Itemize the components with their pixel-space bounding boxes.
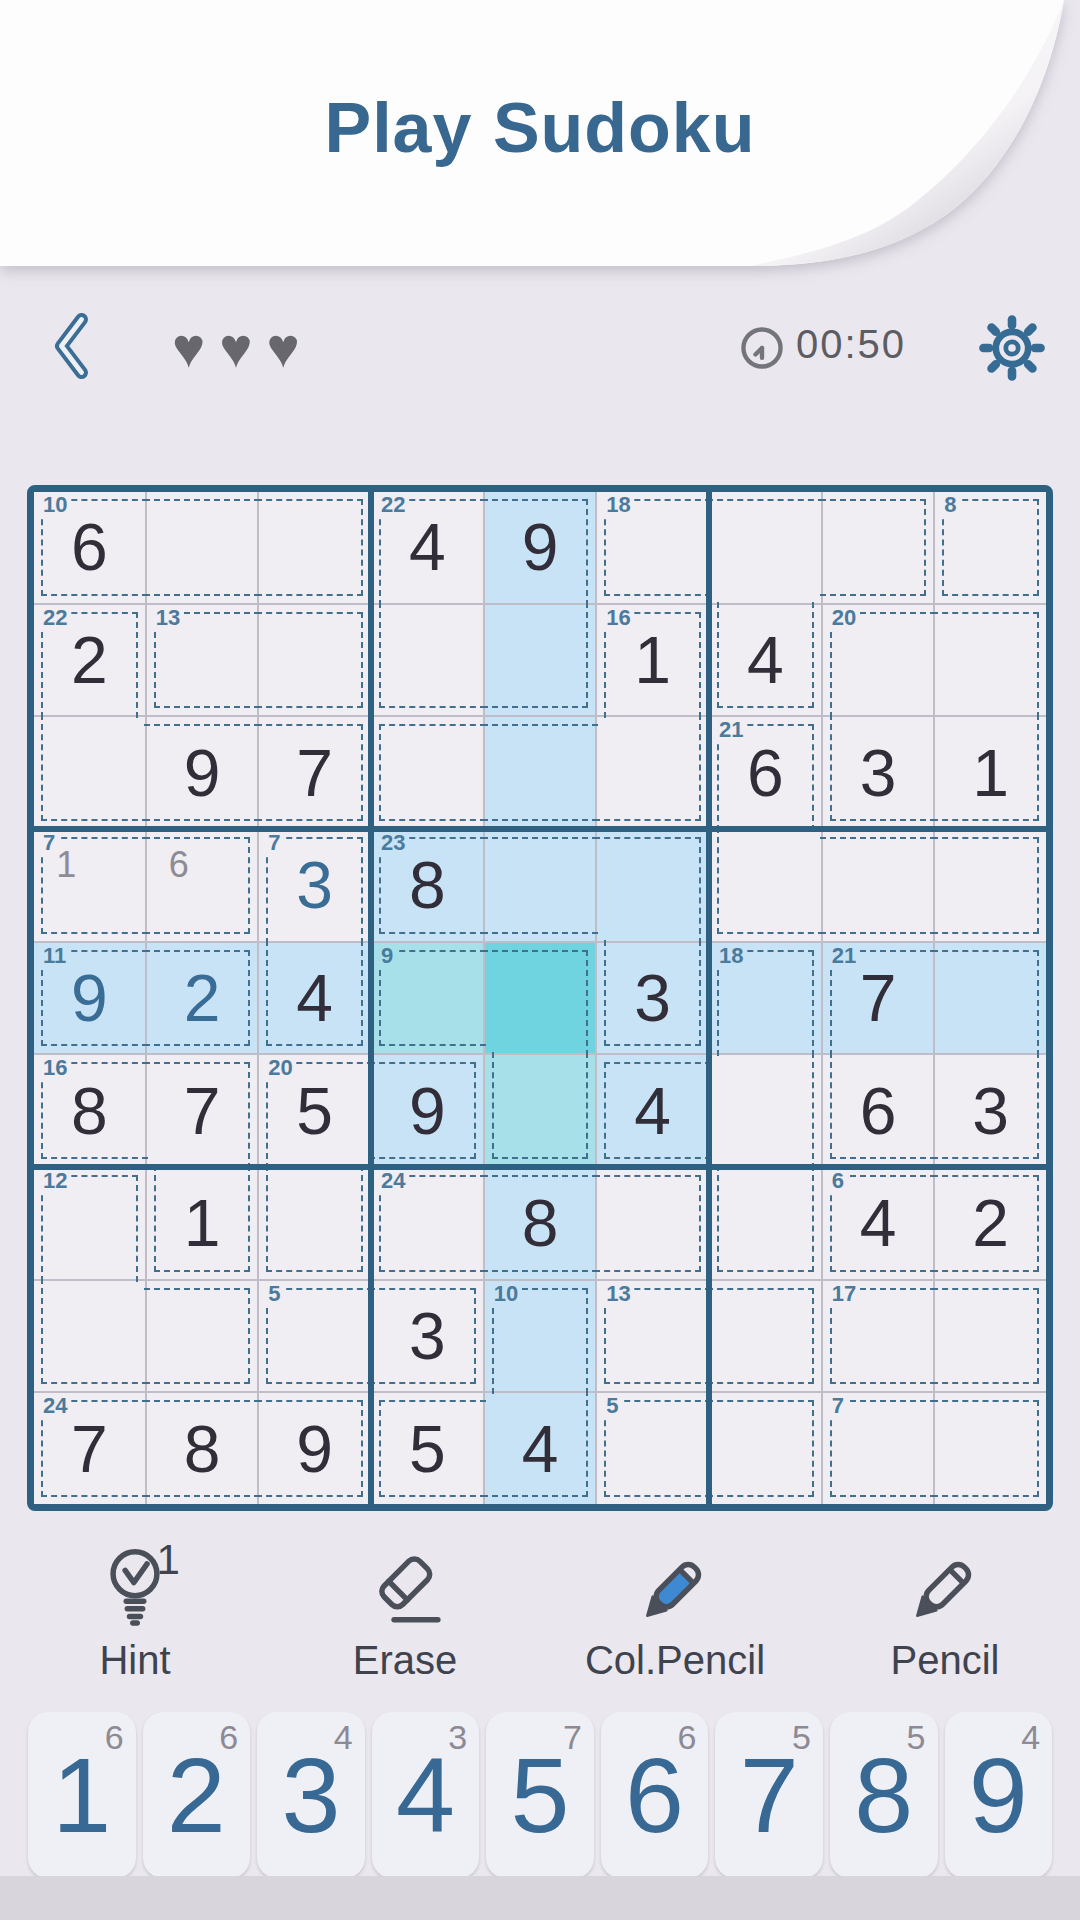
app-screen: Play Sudoku ♥♥♥ 00:50 [0, 0, 1080, 1920]
cell-r4c1[interactable]: 71 [34, 830, 145, 941]
cell-r3c2[interactable]: 9 [147, 717, 258, 828]
numpad-key-4[interactable]: 43 [372, 1712, 480, 1878]
given-digit: 9 [259, 1393, 370, 1504]
numpad-key-6[interactable]: 66 [601, 1712, 709, 1878]
back-chevron-icon [48, 312, 96, 380]
eraser-icon [359, 1542, 451, 1634]
key-remaining-count: 6 [677, 1718, 696, 1757]
cage-outline [932, 612, 1039, 719]
cell-r6c6[interactable]: 4 [597, 1055, 708, 1166]
cell-r2c4[interactable] [372, 605, 483, 716]
cage-sum-label: 13 [603, 1281, 633, 1307]
cell-r6c9[interactable]: 3 [935, 1055, 1046, 1166]
cell-r7c8[interactable]: 64 [823, 1168, 934, 1279]
pencil-icon [899, 1542, 991, 1634]
cell-r4c6[interactable] [597, 830, 708, 941]
cage-outline [266, 1165, 363, 1272]
given-digit: 7 [259, 717, 370, 828]
given-digit: 8 [147, 1393, 258, 1504]
cell-r4c4[interactable]: 238 [372, 830, 483, 941]
cage-sum-label: 18 [603, 492, 633, 518]
box-separator-v2 [706, 492, 712, 1504]
given-digit: 4 [710, 605, 821, 716]
key-digit: 2 [167, 1735, 226, 1856]
cell-r1c3[interactable] [259, 492, 370, 603]
user-digit: 2 [147, 943, 258, 1054]
cage-outline [379, 724, 486, 821]
cage-sum-label: 20 [265, 1055, 295, 1081]
cage-outline [482, 724, 599, 821]
key-remaining-count: 4 [1021, 1718, 1040, 1757]
key-digit: 1 [52, 1735, 111, 1856]
numpad-key-7[interactable]: 75 [715, 1712, 823, 1878]
cage-sum-label: 7 [265, 830, 283, 856]
pencil-note: 1 [56, 844, 76, 886]
heart-icon: ♥ [172, 316, 219, 379]
cage-outline [41, 1278, 148, 1385]
key-remaining-count: 5 [907, 1718, 926, 1757]
cage-sum-label: 10 [491, 1281, 521, 1307]
back-button[interactable] [48, 312, 96, 384]
cell-r2c2[interactable]: 13 [147, 605, 258, 716]
key-digit: 6 [625, 1735, 684, 1856]
cell-r6c8[interactable]: 6 [823, 1055, 934, 1166]
cell-r9c9[interactable] [935, 1393, 1046, 1504]
cage-outline [932, 1288, 1039, 1385]
cell-r5c3[interactable]: 4 [259, 943, 370, 1054]
cell-r4c8[interactable] [823, 830, 934, 941]
header-bar: ♥♥♥ 00:50 [0, 308, 1080, 388]
cell-r7c4[interactable]: 24 [372, 1168, 483, 1279]
key-remaining-count: 4 [334, 1718, 353, 1757]
cell-r5c7[interactable]: 18 [710, 943, 821, 1054]
key-remaining-count: 3 [448, 1718, 467, 1757]
cage-sum-label: 12 [40, 1168, 70, 1194]
cell-r3c8[interactable]: 3 [823, 717, 934, 828]
cage-sum-label: 18 [716, 943, 746, 969]
cage-sum-label: 21 [829, 943, 859, 969]
cell-r5c6[interactable]: 3 [597, 943, 708, 1054]
cage-sum-label: 21 [716, 717, 746, 743]
cell-r7c2[interactable]: 1 [147, 1168, 258, 1279]
number-pad: 162634435766758594 [28, 1712, 1052, 1878]
cell-r2c8[interactable]: 20 [823, 605, 934, 716]
cell-r1c5[interactable]: 9 [485, 492, 596, 603]
cage-outline [144, 1288, 251, 1385]
numpad-key-8[interactable]: 85 [830, 1712, 938, 1878]
cell-r3c6[interactable] [597, 717, 708, 828]
cell-r2c5[interactable] [485, 605, 596, 716]
given-digit: 1 [147, 1168, 258, 1279]
key-digit: 3 [281, 1735, 340, 1856]
cell-r4c7[interactable] [710, 830, 821, 941]
cell-r2c6[interactable]: 161 [597, 605, 708, 716]
cell-r3c9[interactable]: 1 [935, 717, 1046, 828]
cell-r2c7[interactable]: 4 [710, 605, 821, 716]
cell-r5c5[interactable] [485, 943, 596, 1054]
cell-r7c7[interactable] [710, 1168, 821, 1279]
cage-outline [717, 827, 824, 934]
cell-r4c9[interactable] [935, 830, 1046, 941]
cage-sum-label: 23 [378, 830, 408, 856]
hint-button[interactable]: 1 Hint [0, 1542, 270, 1683]
cage-sum-label: 16 [603, 605, 633, 631]
cell-r6c7[interactable] [710, 1055, 821, 1166]
cage-outline [820, 499, 927, 596]
numpad-key-9[interactable]: 94 [945, 1712, 1053, 1878]
cell-r9c1[interactable]: 247 [34, 1393, 145, 1504]
cell-r8c2[interactable] [147, 1281, 258, 1392]
key-digit: 9 [969, 1735, 1028, 1856]
cell-r8c7[interactable] [710, 1281, 821, 1392]
cage-sum-label: 10 [40, 492, 70, 518]
cage-outline [492, 1052, 589, 1159]
cage-outline [256, 612, 363, 709]
given-digit: 9 [485, 492, 596, 603]
cage-sum-label: 13 [153, 605, 183, 631]
heart-icon: ♥ [219, 316, 266, 379]
cell-r3c1[interactable] [34, 717, 145, 828]
pencil-button[interactable]: Pencil [810, 1542, 1080, 1683]
key-remaining-count: 5 [792, 1718, 811, 1757]
settings-button[interactable] [972, 308, 1052, 392]
cell-r6c5[interactable] [485, 1055, 596, 1166]
given-digit: 4 [259, 943, 370, 1054]
cage-sum-label: 16 [40, 1055, 70, 1081]
key-digit: 4 [396, 1735, 455, 1856]
page-title: Play Sudoku [0, 88, 1080, 168]
cage-outline [932, 950, 1039, 1057]
numpad-key-5[interactable]: 57 [486, 1712, 594, 1878]
given-digit: 6 [823, 1055, 934, 1166]
box-separator-h1 [34, 826, 1046, 832]
cage-outline [594, 837, 701, 944]
cage-outline [144, 837, 251, 934]
cell-r7c1[interactable]: 12 [34, 1168, 145, 1279]
box-separator-v1 [368, 492, 374, 1504]
cell-r6c3[interactable]: 205 [259, 1055, 370, 1166]
given-digit: 3 [935, 1055, 1046, 1166]
cell-r5c2[interactable]: 2 [147, 943, 258, 1054]
cage-sum-label: 24 [40, 1393, 70, 1419]
cage-outline [932, 1400, 1039, 1497]
cell-r3c3[interactable]: 7 [259, 717, 370, 828]
cage-outline [707, 1400, 814, 1497]
cell-r2c1[interactable]: 222 [34, 605, 145, 716]
cell-r5c1[interactable]: 119 [34, 943, 145, 1054]
cell-r8c1[interactable] [34, 1281, 145, 1392]
cage-sum-label: 9 [378, 943, 396, 969]
cell-r1c1[interactable]: 106 [34, 492, 145, 603]
cage-outline [717, 1165, 814, 1272]
cage-outline [144, 499, 261, 596]
cell-r4c3[interactable]: 73 [259, 830, 370, 941]
given-digit: 3 [597, 943, 708, 1054]
gear-icon [972, 308, 1052, 388]
cage-outline [594, 714, 701, 821]
box-separator-h2 [34, 1164, 1046, 1170]
cage-outline [482, 602, 589, 709]
colored-pencil-label: Col.Pencil [540, 1638, 810, 1683]
cage-sum-label: 22 [378, 492, 408, 518]
cell-r4c2[interactable]: 6 [147, 830, 258, 941]
cell-r1c9[interactable]: 8 [935, 492, 1046, 603]
colored-pencil-icon [629, 1542, 721, 1634]
cell-r1c6[interactable]: 18 [597, 492, 708, 603]
board-grid: 1062249188222131614209721631716732381192… [34, 492, 1046, 1504]
pencil-note: 6 [169, 844, 189, 886]
erase-button[interactable]: Erase [270, 1542, 540, 1683]
cell-r9c5[interactable]: 4 [485, 1393, 596, 1504]
given-digit: 8 [485, 1168, 596, 1279]
cell-r5c4[interactable]: 9 [372, 943, 483, 1054]
given-digit: 9 [372, 1055, 483, 1166]
given-digit: 4 [485, 1393, 596, 1504]
cell-r3c5[interactable] [485, 717, 596, 828]
cell-r6c1[interactable]: 168 [34, 1055, 145, 1166]
cage-sum-label: 17 [829, 1281, 859, 1307]
cell-r8c8[interactable]: 17 [823, 1281, 934, 1392]
tool-row: 1 Hint Erase [0, 1542, 1080, 1683]
cell-r1c2[interactable] [147, 492, 258, 603]
colored-pencil-button[interactable]: Col.Pencil [540, 1542, 810, 1683]
given-digit: 3 [823, 717, 934, 828]
cell-r9c8[interactable]: 7 [823, 1393, 934, 1504]
cell-r7c9[interactable]: 2 [935, 1168, 1046, 1279]
cage-outline [482, 950, 589, 1057]
cell-r4c5[interactable] [485, 830, 596, 941]
cell-r3c4[interactable] [372, 717, 483, 828]
cell-r2c3[interactable] [259, 605, 370, 716]
cell-r9c6[interactable]: 5 [597, 1393, 708, 1504]
cage-outline [256, 499, 363, 596]
given-digit: 9 [147, 717, 258, 828]
lives-hearts: ♥♥♥ [172, 318, 314, 378]
heart-icon: ♥ [267, 316, 314, 379]
numpad-key-2[interactable]: 26 [143, 1712, 251, 1878]
hint-count-badge: 1 [157, 1536, 180, 1584]
cage-sum-label: 5 [265, 1281, 283, 1307]
cell-r8c9[interactable] [935, 1281, 1046, 1392]
cell-r1c7[interactable] [710, 492, 821, 603]
cell-r8c5[interactable]: 10 [485, 1281, 596, 1392]
cell-r1c4[interactable]: 224 [372, 492, 483, 603]
cage-sum-label: 7 [40, 830, 58, 856]
bottom-bar [0, 1876, 1080, 1920]
cage-sum-label: 5 [603, 1393, 621, 1419]
cage-sum-label: 7 [829, 1393, 847, 1419]
cage-sum-label: 8 [941, 492, 959, 518]
key-digit: 8 [854, 1735, 913, 1856]
pencil-label: Pencil [810, 1638, 1080, 1683]
key-remaining-count: 6 [219, 1718, 238, 1757]
erase-label: Erase [270, 1638, 540, 1683]
timer-text: 00:50 [796, 322, 906, 367]
cage-outline [482, 837, 599, 934]
hint-label: Hint [0, 1638, 270, 1683]
cell-r7c6[interactable] [597, 1168, 708, 1279]
cell-r3c7[interactable]: 216 [710, 717, 821, 828]
given-digit: 4 [597, 1055, 708, 1166]
numpad-key-3[interactable]: 34 [257, 1712, 365, 1878]
numpad-key-1[interactable]: 16 [28, 1712, 136, 1878]
cell-r1c8[interactable] [823, 492, 934, 603]
cage-outline [594, 1175, 701, 1272]
cage-outline [820, 837, 937, 934]
cage-sum-label: 6 [829, 1168, 847, 1194]
clock-icon [738, 324, 786, 376]
cage-sum-label: 22 [40, 605, 70, 631]
sudoku-board: 1062249188222131614209721631716732381192… [27, 485, 1053, 1511]
key-remaining-count: 7 [563, 1718, 582, 1757]
given-digit: 1 [935, 717, 1046, 828]
cage-sum-label: 20 [829, 605, 859, 631]
cage-sum-label: 11 [40, 943, 69, 969]
cage-outline [707, 1052, 814, 1169]
cell-r9c7[interactable] [710, 1393, 821, 1504]
cell-r5c8[interactable]: 217 [823, 943, 934, 1054]
key-remaining-count: 6 [105, 1718, 124, 1757]
key-digit: 5 [511, 1735, 570, 1856]
cage-outline [707, 499, 824, 606]
cell-r8c6[interactable]: 13 [597, 1281, 708, 1392]
cell-r9c3[interactable]: 9 [259, 1393, 370, 1504]
cage-outline [379, 602, 486, 709]
given-digit: 5 [372, 1393, 483, 1504]
cell-r7c3[interactable] [259, 1168, 370, 1279]
cell-r6c4[interactable]: 9 [372, 1055, 483, 1166]
cell-r8c3[interactable]: 5 [259, 1281, 370, 1392]
cell-r9c4[interactable]: 5 [372, 1393, 483, 1504]
cell-r8c4[interactable]: 3 [372, 1281, 483, 1392]
cage-outline [41, 714, 148, 821]
given-digit: 3 [372, 1281, 483, 1392]
cell-r9c2[interactable]: 8 [147, 1393, 258, 1504]
cell-r2c9[interactable] [935, 605, 1046, 716]
cage-sum-label: 24 [378, 1168, 408, 1194]
cell-r7c5[interactable]: 8 [485, 1168, 596, 1279]
cell-r5c9[interactable] [935, 943, 1046, 1054]
key-digit: 7 [740, 1735, 799, 1856]
given-digit: 2 [935, 1168, 1046, 1279]
given-digit: 7 [147, 1055, 258, 1166]
cage-outline [707, 1288, 814, 1385]
cage-outline [932, 837, 1039, 934]
cell-r6c2[interactable]: 7 [147, 1055, 258, 1166]
